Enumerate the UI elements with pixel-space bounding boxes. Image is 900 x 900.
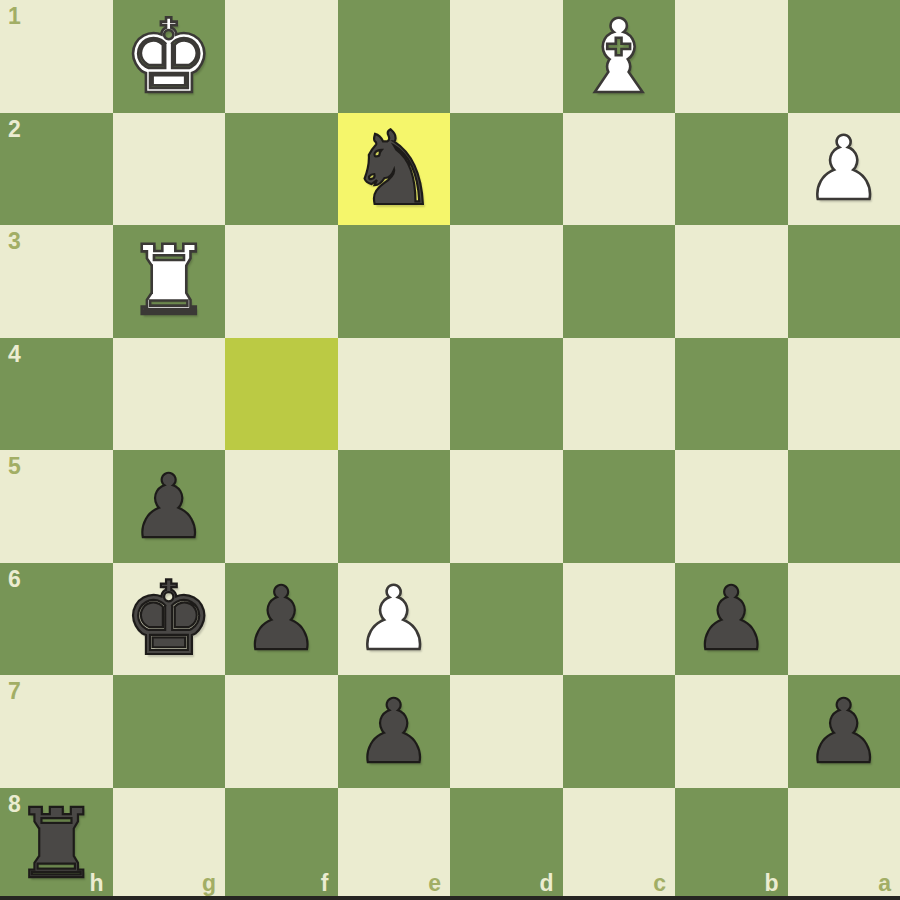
black-pawn-g5[interactable]: ♟ [113, 450, 226, 563]
square-g5[interactable]: ♟ [113, 450, 226, 563]
square-e5[interactable] [338, 450, 451, 563]
square-c1[interactable]: ♝ [563, 0, 676, 113]
square-f3[interactable] [225, 225, 338, 338]
square-g4[interactable] [113, 338, 226, 451]
square-f8[interactable]: f [225, 788, 338, 900]
square-b2[interactable] [675, 113, 788, 226]
square-a3[interactable] [788, 225, 900, 338]
square-e2[interactable]: ♞ [338, 113, 451, 226]
square-g6[interactable]: ♚ [113, 563, 226, 676]
square-a5[interactable] [788, 450, 900, 563]
square-d5[interactable] [450, 450, 563, 563]
square-h2[interactable]: 2 [0, 113, 113, 226]
square-b8[interactable]: b [675, 788, 788, 900]
chess-board: 1♚♝2♞♟3♜45♟6♚♟♟♟7♟♟8h♜gfedcba [0, 0, 900, 900]
white-rook-g3[interactable]: ♜ [113, 225, 226, 338]
square-c7[interactable] [563, 675, 676, 788]
square-c6[interactable] [563, 563, 676, 676]
square-d4[interactable] [450, 338, 563, 451]
black-king-g6[interactable]: ♚ [113, 563, 226, 676]
file-label-b: b [764, 872, 778, 895]
square-f4[interactable] [225, 338, 338, 451]
square-f6[interactable]: ♟ [225, 563, 338, 676]
square-h4[interactable]: 4 [0, 338, 113, 451]
square-f7[interactable] [225, 675, 338, 788]
black-pawn-a7[interactable]: ♟ [788, 675, 900, 788]
file-label-f: f [321, 872, 329, 895]
square-b6[interactable]: ♟ [675, 563, 788, 676]
square-e8[interactable]: e [338, 788, 451, 900]
square-f2[interactable] [225, 113, 338, 226]
black-knight-e2[interactable]: ♞ [338, 113, 451, 226]
square-a2[interactable]: ♟ [788, 113, 900, 226]
square-e6[interactable]: ♟ [338, 563, 451, 676]
square-f1[interactable] [225, 0, 338, 113]
square-d7[interactable] [450, 675, 563, 788]
square-h7[interactable]: 7 [0, 675, 113, 788]
rank-label-7: 7 [8, 680, 21, 703]
square-d6[interactable] [450, 563, 563, 676]
file-label-e: e [428, 872, 441, 895]
file-label-g: g [202, 872, 216, 895]
black-pawn-b6[interactable]: ♟ [675, 563, 788, 676]
square-d1[interactable] [450, 0, 563, 113]
rank-label-2: 2 [8, 118, 21, 141]
white-pawn-e6[interactable]: ♟ [338, 563, 451, 676]
rank-label-3: 3 [8, 230, 21, 253]
rank-label-6: 6 [8, 568, 21, 591]
square-h1[interactable]: 1 [0, 0, 113, 113]
square-g2[interactable] [113, 113, 226, 226]
square-g1[interactable]: ♚ [113, 0, 226, 113]
square-c8[interactable]: c [563, 788, 676, 900]
black-pawn-e7[interactable]: ♟ [338, 675, 451, 788]
square-g8[interactable]: g [113, 788, 226, 900]
square-h6[interactable]: 6 [0, 563, 113, 676]
square-d8[interactable]: d [450, 788, 563, 900]
square-b4[interactable] [675, 338, 788, 451]
square-c5[interactable] [563, 450, 676, 563]
rank-label-1: 1 [8, 5, 21, 28]
white-bishop-c1[interactable]: ♝ [563, 0, 676, 113]
rank-label-5: 5 [8, 455, 21, 478]
square-a4[interactable] [788, 338, 900, 451]
white-king-g1[interactable]: ♚ [113, 0, 226, 113]
square-c3[interactable] [563, 225, 676, 338]
square-b7[interactable] [675, 675, 788, 788]
square-b5[interactable] [675, 450, 788, 563]
square-c2[interactable] [563, 113, 676, 226]
square-h8[interactable]: 8h♜ [0, 788, 113, 900]
square-a8[interactable]: a [788, 788, 900, 900]
square-b3[interactable] [675, 225, 788, 338]
square-a6[interactable] [788, 563, 900, 676]
square-e1[interactable] [338, 0, 451, 113]
square-b1[interactable] [675, 0, 788, 113]
square-a7[interactable]: ♟ [788, 675, 900, 788]
square-h5[interactable]: 5 [0, 450, 113, 563]
chess-board-area: 1♚♝2♞♟3♜45♟6♚♟♟♟7♟♟8h♜gfedcba [0, 0, 900, 900]
square-c4[interactable] [563, 338, 676, 451]
square-e7[interactable]: ♟ [338, 675, 451, 788]
square-e3[interactable] [338, 225, 451, 338]
square-a1[interactable] [788, 0, 900, 113]
square-g7[interactable] [113, 675, 226, 788]
square-d3[interactable] [450, 225, 563, 338]
square-e4[interactable] [338, 338, 451, 451]
file-label-c: c [653, 872, 666, 895]
black-rook-h8[interactable]: ♜ [0, 788, 113, 900]
square-d2[interactable] [450, 113, 563, 226]
black-pawn-f6[interactable]: ♟ [225, 563, 338, 676]
square-g3[interactable]: ♜ [113, 225, 226, 338]
square-h3[interactable]: 3 [0, 225, 113, 338]
rank-label-4: 4 [8, 343, 21, 366]
board-bottom-edge-bar [0, 896, 900, 900]
square-f5[interactable] [225, 450, 338, 563]
file-label-d: d [539, 872, 553, 895]
white-pawn-a2[interactable]: ♟ [788, 113, 900, 226]
file-label-a: a [878, 872, 891, 895]
